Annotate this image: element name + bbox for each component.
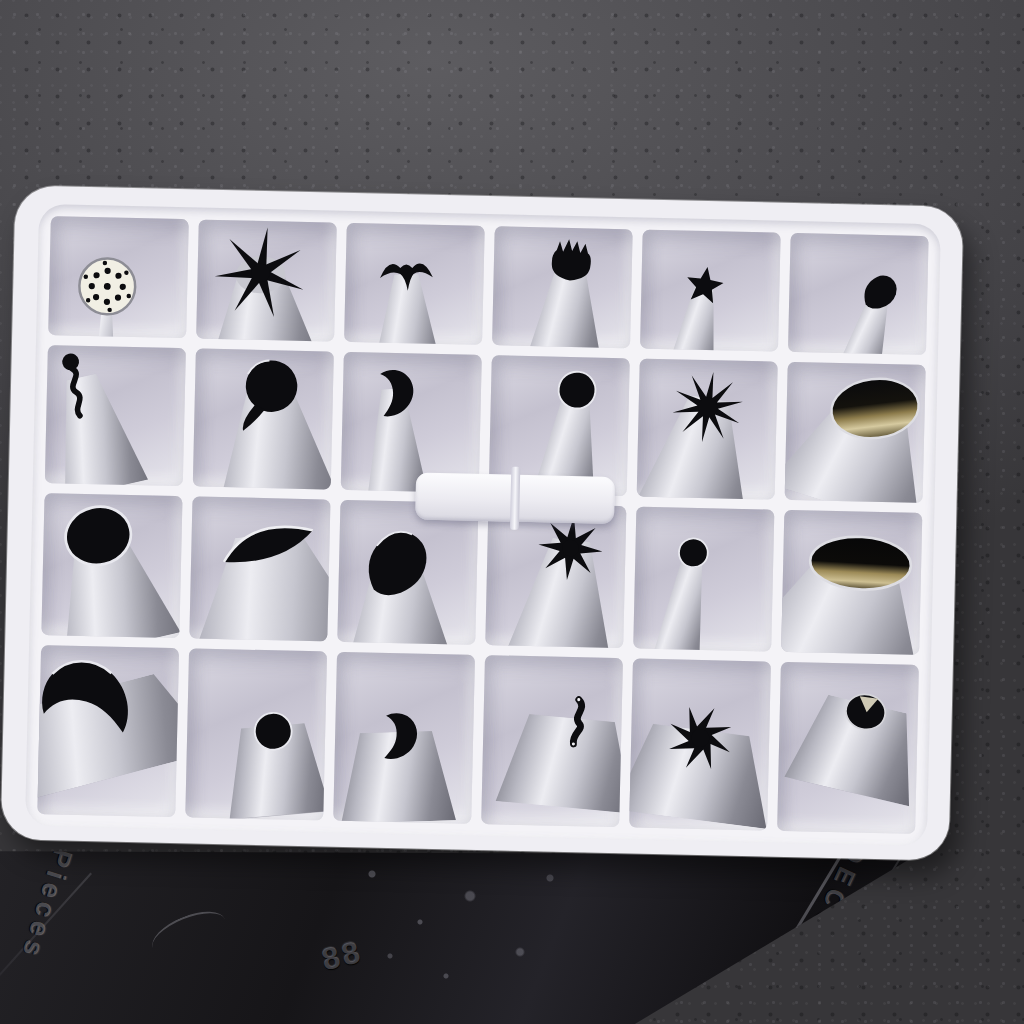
compartment-r4c2	[185, 648, 327, 820]
tray-inner-rim	[25, 204, 941, 846]
lid-scratch-mark	[146, 903, 232, 966]
compartment-r3c4	[485, 503, 626, 648]
tray-center-latch	[415, 472, 614, 524]
compartment-r3c3	[337, 500, 478, 645]
opening-grass-multi-hole	[76, 255, 139, 318]
compartment-r4c5	[629, 658, 771, 830]
opening-petal-almond	[213, 496, 324, 601]
compartment-r2c2	[193, 349, 334, 490]
compartment-r1c5	[640, 230, 781, 352]
compartment-r4c6	[777, 662, 919, 834]
compartment-r2c5	[637, 359, 778, 500]
compartment-r3c2	[189, 496, 330, 641]
opening-round-small	[673, 533, 714, 574]
compartment-r4c3	[333, 652, 475, 824]
compartment-r3c6	[781, 510, 922, 655]
opening-petal-teardrop	[359, 525, 435, 601]
compartment-r2c3	[341, 352, 482, 493]
nozzle-tray	[1, 185, 964, 860]
opening-star-burst	[213, 225, 309, 321]
opening-open-star-10	[665, 365, 750, 450]
compartment-r4c4	[481, 655, 623, 827]
compartment-r2c6	[785, 362, 926, 503]
compartment-r1c6	[788, 233, 929, 355]
compartment-r4c1	[37, 645, 179, 817]
compartment-r1c2	[196, 219, 337, 341]
opening-leaf-two-prong	[376, 251, 437, 312]
compartment-r3c1	[41, 493, 182, 638]
opening-closed-star	[537, 234, 606, 303]
opening-curved-petal	[365, 367, 419, 421]
opening-pinwheel-star	[661, 699, 739, 777]
compartment-r1c4	[492, 226, 633, 348]
opening-round-tilt	[248, 707, 298, 757]
opening-round-comma	[227, 352, 311, 436]
tray-grid	[37, 216, 928, 834]
opening-round-medium	[551, 365, 602, 416]
compartment-r1c3	[344, 223, 485, 345]
lid-embossed-dots	[350, 856, 610, 1006]
compartment-r1c1	[48, 216, 189, 338]
opening-curved-slit	[538, 691, 605, 758]
opening-small-comma	[369, 711, 423, 765]
compartment-r2c1	[45, 345, 186, 486]
lid-text-pieces: Pieces	[15, 845, 78, 965]
opening-small-star	[681, 262, 729, 310]
compartment-r3c5	[633, 507, 774, 652]
